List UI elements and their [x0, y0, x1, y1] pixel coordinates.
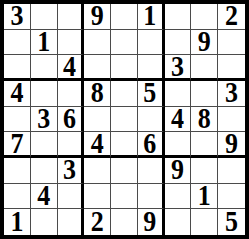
cell-r5c3: 6 — [58, 107, 85, 133]
given-digit: 1 — [198, 184, 211, 210]
cell-r4c3[interactable] — [58, 81, 85, 107]
cell-r7c5[interactable] — [111, 158, 138, 184]
cell-r9c6: 9 — [138, 209, 165, 235]
cell-r2c2: 1 — [31, 30, 58, 56]
cell-r9c1: 1 — [4, 209, 31, 235]
cell-r6c4: 4 — [84, 132, 111, 158]
cell-r8c1[interactable] — [4, 184, 31, 210]
given-digit: 4 — [171, 107, 184, 133]
cell-r1c4: 9 — [84, 4, 111, 30]
cell-r6c7[interactable] — [165, 132, 192, 158]
cell-r5c9[interactable] — [218, 107, 245, 133]
cell-r6c8[interactable] — [191, 132, 218, 158]
given-digit: 9 — [143, 209, 156, 235]
cell-r7c4[interactable] — [84, 158, 111, 184]
cell-r2c4[interactable] — [84, 30, 111, 56]
cell-r8c6[interactable] — [138, 184, 165, 210]
cell-r7c9[interactable] — [218, 158, 245, 184]
cell-r2c6[interactable] — [138, 30, 165, 56]
cell-r8c8: 1 — [191, 184, 218, 210]
cell-r6c9: 9 — [218, 132, 245, 158]
given-digit: 6 — [143, 132, 156, 158]
given-digit: 4 — [37, 184, 50, 210]
cell-r6c3[interactable] — [58, 132, 85, 158]
given-digit: 7 — [10, 132, 23, 158]
cell-r3c6[interactable] — [138, 55, 165, 81]
cell-r6c5[interactable] — [111, 132, 138, 158]
cell-r2c7[interactable] — [165, 30, 192, 56]
cell-r7c1[interactable] — [4, 158, 31, 184]
given-digit: 9 — [225, 132, 238, 158]
cell-r8c3[interactable] — [58, 184, 85, 210]
cell-r1c3[interactable] — [58, 4, 85, 30]
cell-r2c8: 9 — [191, 30, 218, 56]
cell-r7c2[interactable] — [31, 158, 58, 184]
cell-r5c1[interactable] — [4, 107, 31, 133]
given-digit: 4 — [91, 132, 104, 158]
cell-r8c5[interactable] — [111, 184, 138, 210]
given-digit: 3 — [10, 4, 23, 30]
cell-r5c4[interactable] — [84, 107, 111, 133]
given-digit: 2 — [225, 4, 238, 30]
given-digit: 6 — [63, 107, 76, 133]
cell-r8c4[interactable] — [84, 184, 111, 210]
cell-r9c8[interactable] — [191, 209, 218, 235]
cell-r3c7: 3 — [165, 55, 192, 81]
cell-r9c9: 5 — [218, 209, 245, 235]
given-digit: 5 — [225, 209, 238, 235]
cell-r2c9[interactable] — [218, 30, 245, 56]
cell-r3c3: 4 — [58, 55, 85, 81]
cell-r9c7[interactable] — [165, 209, 192, 235]
cell-r5c5[interactable] — [111, 107, 138, 133]
cell-r9c4: 2 — [84, 209, 111, 235]
cell-r8c9[interactable] — [218, 184, 245, 210]
cell-r9c5[interactable] — [111, 209, 138, 235]
cell-r4c5[interactable] — [111, 81, 138, 107]
given-digit: 3 — [37, 107, 50, 133]
cell-r4c7[interactable] — [165, 81, 192, 107]
cell-r6c6: 6 — [138, 132, 165, 158]
given-digit: 5 — [143, 81, 156, 107]
given-digit: 3 — [171, 55, 184, 81]
cell-r2c3[interactable] — [58, 30, 85, 56]
given-digit: 1 — [10, 209, 23, 235]
cell-r4c9: 3 — [218, 81, 245, 107]
cell-r5c8: 8 — [191, 107, 218, 133]
cell-r1c1: 3 — [4, 4, 31, 30]
given-digit: 4 — [63, 55, 76, 81]
given-digit: 1 — [143, 4, 156, 30]
cell-r6c2[interactable] — [31, 132, 58, 158]
cell-r9c2[interactable] — [31, 209, 58, 235]
cell-r7c3: 3 — [58, 158, 85, 184]
cell-r8c7[interactable] — [165, 184, 192, 210]
cell-r4c8[interactable] — [191, 81, 218, 107]
cell-r5c7: 4 — [165, 107, 192, 133]
cell-r3c8[interactable] — [191, 55, 218, 81]
given-digit: 2 — [91, 209, 104, 235]
given-digit: 9 — [198, 30, 211, 56]
cell-r1c7[interactable] — [165, 4, 192, 30]
given-digit: 3 — [63, 158, 76, 184]
cell-r5c2: 3 — [31, 107, 58, 133]
cell-r4c6: 5 — [138, 81, 165, 107]
cell-r7c6[interactable] — [138, 158, 165, 184]
given-digit: 4 — [10, 81, 23, 107]
cell-r1c5[interactable] — [111, 4, 138, 30]
cell-r4c4: 8 — [84, 81, 111, 107]
cell-r8c2: 4 — [31, 184, 58, 210]
given-digit: 8 — [91, 81, 104, 107]
cell-r7c8[interactable] — [191, 158, 218, 184]
cell-r7c7: 9 — [165, 158, 192, 184]
cell-r2c5[interactable] — [111, 30, 138, 56]
cell-r1c6: 1 — [138, 4, 165, 30]
given-digit: 1 — [37, 30, 50, 56]
cell-r2c1[interactable] — [4, 30, 31, 56]
cell-r9c3[interactable] — [58, 209, 85, 235]
cell-r3c1[interactable] — [4, 55, 31, 81]
given-digit: 9 — [91, 4, 104, 30]
cell-r4c2[interactable] — [31, 81, 58, 107]
given-digit: 8 — [198, 107, 211, 133]
given-digit: 3 — [225, 81, 238, 107]
cell-r3c4[interactable] — [84, 55, 111, 81]
given-digit: 9 — [171, 158, 184, 184]
sudoku-board: 3912194348533648746939411295 — [0, 0, 249, 239]
cell-r3c5[interactable] — [111, 55, 138, 81]
cell-r6c1: 7 — [4, 132, 31, 158]
cell-r1c9: 2 — [218, 4, 245, 30]
cell-r4c1: 4 — [4, 81, 31, 107]
cell-r1c8[interactable] — [191, 4, 218, 30]
cell-r5c6[interactable] — [138, 107, 165, 133]
cell-r3c9[interactable] — [218, 55, 245, 81]
cell-r1c2[interactable] — [31, 4, 58, 30]
cell-r3c2[interactable] — [31, 55, 58, 81]
